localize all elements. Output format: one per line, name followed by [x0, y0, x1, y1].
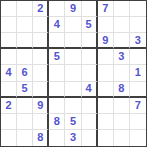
cell-r3c8[interactable] — [114, 33, 130, 49]
cell-r6c6[interactable]: 4 — [82, 82, 98, 98]
cell-r9c8[interactable] — [114, 130, 130, 146]
cell-r8c9[interactable] — [130, 114, 146, 130]
cell-r6c8[interactable]: 8 — [114, 82, 130, 98]
cell-r8c4[interactable]: 8 — [49, 114, 65, 130]
cell-r1c3[interactable]: 2 — [33, 1, 49, 17]
cell-r2c4[interactable]: 4 — [49, 17, 65, 33]
cell-r7c6[interactable] — [82, 98, 98, 114]
cell-r2c6[interactable]: 5 — [82, 17, 98, 33]
cell-r1c6[interactable] — [82, 1, 98, 17]
cell-r3c3[interactable] — [33, 33, 49, 49]
cell-r4c4[interactable]: 5 — [49, 49, 65, 65]
cell-r4c5[interactable] — [65, 49, 81, 65]
cell-r5c4[interactable] — [49, 65, 65, 81]
cell-r5c6[interactable] — [82, 65, 98, 81]
cell-r8c1[interactable] — [1, 114, 17, 130]
cell-r1c2[interactable] — [17, 1, 33, 17]
cell-r4c1[interactable] — [1, 49, 17, 65]
cell-r3c2[interactable] — [17, 33, 33, 49]
cell-r7c9[interactable]: 7 — [130, 98, 146, 114]
cell-r8c5[interactable]: 5 — [65, 114, 81, 130]
cell-r2c7[interactable] — [98, 17, 114, 33]
cell-r6c5[interactable] — [65, 82, 81, 98]
cell-r3c4[interactable] — [49, 33, 65, 49]
cell-r1c7[interactable]: 7 — [98, 1, 114, 17]
cell-r9c3[interactable]: 8 — [33, 130, 49, 146]
sudoku-board: 2974593534615482978583 — [0, 0, 147, 147]
cell-r2c9[interactable] — [130, 17, 146, 33]
cell-r6c9[interactable] — [130, 82, 146, 98]
cell-r9c5[interactable]: 3 — [65, 130, 81, 146]
cell-r4c2[interactable] — [17, 49, 33, 65]
cell-r8c3[interactable] — [33, 114, 49, 130]
cell-r3c5[interactable] — [65, 33, 81, 49]
cell-r3c1[interactable] — [1, 33, 17, 49]
cell-r2c2[interactable] — [17, 17, 33, 33]
cell-r5c9[interactable]: 1 — [130, 65, 146, 81]
cell-r5c7[interactable] — [98, 65, 114, 81]
cell-r6c4[interactable] — [49, 82, 65, 98]
cell-r7c5[interactable] — [65, 98, 81, 114]
cell-r5c5[interactable] — [65, 65, 81, 81]
cell-r1c5[interactable]: 9 — [65, 1, 81, 17]
cell-r1c8[interactable] — [114, 1, 130, 17]
cell-r8c2[interactable] — [17, 114, 33, 130]
cell-r9c6[interactable] — [82, 130, 98, 146]
cell-r7c3[interactable]: 9 — [33, 98, 49, 114]
cell-r8c7[interactable] — [98, 114, 114, 130]
cell-r9c1[interactable] — [1, 130, 17, 146]
cell-r7c2[interactable] — [17, 98, 33, 114]
cell-r5c2[interactable]: 6 — [17, 65, 33, 81]
cell-r4c6[interactable] — [82, 49, 98, 65]
cell-r6c1[interactable] — [1, 82, 17, 98]
cell-r3c7[interactable]: 9 — [98, 33, 114, 49]
cell-r4c7[interactable] — [98, 49, 114, 65]
cell-r4c3[interactable] — [33, 49, 49, 65]
cell-r8c6[interactable] — [82, 114, 98, 130]
cell-r1c1[interactable] — [1, 1, 17, 17]
cell-r2c3[interactable] — [33, 17, 49, 33]
cell-r3c9[interactable]: 3 — [130, 33, 146, 49]
cell-r2c5[interactable] — [65, 17, 81, 33]
cell-r5c1[interactable]: 4 — [1, 65, 17, 81]
cell-r6c2[interactable]: 5 — [17, 82, 33, 98]
cell-r7c7[interactable] — [98, 98, 114, 114]
cell-r2c8[interactable] — [114, 17, 130, 33]
cell-r5c8[interactable] — [114, 65, 130, 81]
cell-r6c7[interactable] — [98, 82, 114, 98]
cell-r9c9[interactable] — [130, 130, 146, 146]
cell-r1c9[interactable] — [130, 1, 146, 17]
cell-r9c4[interactable] — [49, 130, 65, 146]
cell-r5c3[interactable] — [33, 65, 49, 81]
cell-r7c4[interactable] — [49, 98, 65, 114]
cell-r9c7[interactable] — [98, 130, 114, 146]
cell-r3c6[interactable] — [82, 33, 98, 49]
cell-r6c3[interactable] — [33, 82, 49, 98]
cell-r8c8[interactable] — [114, 114, 130, 130]
cell-r9c2[interactable] — [17, 130, 33, 146]
cell-r1c4[interactable] — [49, 1, 65, 17]
cell-r2c1[interactable] — [1, 17, 17, 33]
cell-r7c8[interactable] — [114, 98, 130, 114]
cell-r4c8[interactable]: 3 — [114, 49, 130, 65]
cell-r7c1[interactable]: 2 — [1, 98, 17, 114]
cell-r4c9[interactable] — [130, 49, 146, 65]
